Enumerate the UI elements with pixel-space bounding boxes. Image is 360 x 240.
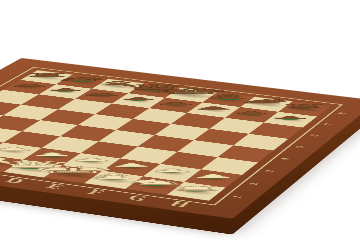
photo-scene: ABCDEFGH12345678 ♜♞♝♛♚♝♞♜♟♟♟♟♟♟♟♟♟♟♟♟♟♟♟… — [0, 0, 360, 240]
file-label-d: D — [2, 176, 27, 184]
file-label-g: G — [125, 194, 149, 203]
rank-label-1: 1 — [230, 195, 244, 199]
rank-label-5: 5 — [293, 145, 306, 148]
rank-label-4: 4 — [278, 157, 291, 160]
rank-label-8: 8 — [335, 112, 347, 115]
file-label-f: F — [85, 188, 107, 196]
file-label-e: E — [43, 182, 66, 190]
rank-label-7: 7 — [322, 123, 335, 126]
rank-label-2: 2 — [246, 182, 260, 186]
rook-icon: ♜ — [276, 104, 333, 109]
rank-label-3: 3 — [262, 169, 275, 173]
pawn-icon: ♟ — [267, 115, 314, 119]
file-label-h: H — [167, 199, 193, 208]
rank-label-6: 6 — [307, 134, 320, 137]
